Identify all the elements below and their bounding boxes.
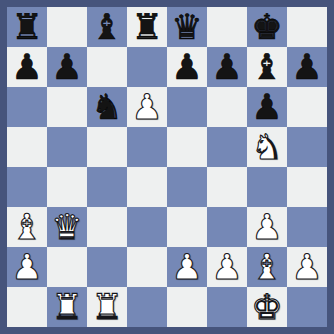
- square-e3[interactable]: [167, 207, 207, 247]
- square-f8[interactable]: [207, 7, 247, 47]
- square-a5[interactable]: [7, 127, 47, 167]
- square-e7[interactable]: ♟: [167, 47, 207, 87]
- piece-black-pawn[interactable]: ♟: [287, 47, 327, 87]
- square-b5[interactable]: [47, 127, 87, 167]
- piece-black-bishop[interactable]: ♝: [247, 47, 287, 87]
- square-c1[interactable]: ♜: [87, 287, 127, 327]
- square-a4[interactable]: [7, 167, 47, 207]
- piece-white-bishop[interactable]: ♝: [247, 247, 287, 287]
- piece-black-pawn[interactable]: ♟: [7, 47, 47, 87]
- square-h3[interactable]: [287, 207, 327, 247]
- square-h1[interactable]: [287, 287, 327, 327]
- square-b1[interactable]: ♜: [47, 287, 87, 327]
- square-f1[interactable]: [207, 287, 247, 327]
- square-c4[interactable]: [87, 167, 127, 207]
- square-h7[interactable]: ♟: [287, 47, 327, 87]
- square-a2[interactable]: ♟: [7, 247, 47, 287]
- piece-white-rook[interactable]: ♜: [87, 287, 127, 327]
- square-b6[interactable]: [47, 87, 87, 127]
- square-g4[interactable]: [247, 167, 287, 207]
- chessboard-frame: ♜♝♜♛♚♟♟♟♟♝♟♞♟♟♞♝♛♟♟♟♟♝♟♜♜♚: [0, 0, 334, 334]
- piece-black-pawn[interactable]: ♟: [207, 47, 247, 87]
- piece-white-pawn[interactable]: ♟: [207, 247, 247, 287]
- square-d7[interactable]: [127, 47, 167, 87]
- piece-black-rook[interactable]: ♜: [7, 7, 47, 47]
- piece-white-knight[interactable]: ♞: [247, 127, 287, 167]
- piece-black-pawn[interactable]: ♟: [167, 47, 207, 87]
- square-a8[interactable]: ♜: [7, 7, 47, 47]
- piece-black-rook[interactable]: ♜: [127, 7, 167, 47]
- square-f4[interactable]: [207, 167, 247, 207]
- square-g5[interactable]: ♞: [247, 127, 287, 167]
- square-h6[interactable]: [287, 87, 327, 127]
- piece-white-pawn[interactable]: ♟: [167, 247, 207, 287]
- piece-white-pawn[interactable]: ♟: [7, 247, 47, 287]
- square-c6[interactable]: ♞: [87, 87, 127, 127]
- piece-black-bishop[interactable]: ♝: [87, 7, 127, 47]
- piece-black-queen[interactable]: ♛: [167, 7, 207, 47]
- square-f3[interactable]: [207, 207, 247, 247]
- square-c2[interactable]: [87, 247, 127, 287]
- square-a7[interactable]: ♟: [7, 47, 47, 87]
- square-a1[interactable]: [7, 287, 47, 327]
- piece-white-pawn[interactable]: ♟: [287, 247, 327, 287]
- piece-white-rook[interactable]: ♜: [47, 287, 87, 327]
- square-e2[interactable]: ♟: [167, 247, 207, 287]
- square-d3[interactable]: [127, 207, 167, 247]
- square-e4[interactable]: [167, 167, 207, 207]
- square-c5[interactable]: [87, 127, 127, 167]
- piece-black-king[interactable]: ♚: [247, 7, 287, 47]
- square-b7[interactable]: ♟: [47, 47, 87, 87]
- piece-white-pawn[interactable]: ♟: [247, 207, 287, 247]
- square-f6[interactable]: [207, 87, 247, 127]
- square-e5[interactable]: [167, 127, 207, 167]
- square-d8[interactable]: ♜: [127, 7, 167, 47]
- square-d5[interactable]: [127, 127, 167, 167]
- square-g6[interactable]: ♟: [247, 87, 287, 127]
- square-c8[interactable]: ♝: [87, 7, 127, 47]
- square-h2[interactable]: ♟: [287, 247, 327, 287]
- square-g3[interactable]: ♟: [247, 207, 287, 247]
- square-f2[interactable]: ♟: [207, 247, 247, 287]
- piece-white-king[interactable]: ♚: [247, 287, 287, 327]
- piece-white-queen[interactable]: ♛: [47, 207, 87, 247]
- square-a6[interactable]: [7, 87, 47, 127]
- square-d4[interactable]: [127, 167, 167, 207]
- piece-white-bishop[interactable]: ♝: [7, 207, 47, 247]
- square-g1[interactable]: ♚: [247, 287, 287, 327]
- square-e8[interactable]: ♛: [167, 7, 207, 47]
- piece-black-pawn[interactable]: ♟: [47, 47, 87, 87]
- square-h5[interactable]: [287, 127, 327, 167]
- square-e1[interactable]: [167, 287, 207, 327]
- square-c7[interactable]: [87, 47, 127, 87]
- square-h4[interactable]: [287, 167, 327, 207]
- square-f5[interactable]: [207, 127, 247, 167]
- chess-board: ♜♝♜♛♚♟♟♟♟♝♟♞♟♟♞♝♛♟♟♟♟♝♟♜♜♚: [7, 7, 327, 327]
- square-b2[interactable]: [47, 247, 87, 287]
- square-f7[interactable]: ♟: [207, 47, 247, 87]
- square-a3[interactable]: ♝: [7, 207, 47, 247]
- square-e6[interactable]: [167, 87, 207, 127]
- piece-white-pawn[interactable]: ♟: [127, 87, 167, 127]
- square-d6[interactable]: ♟: [127, 87, 167, 127]
- square-d1[interactable]: [127, 287, 167, 327]
- square-g8[interactable]: ♚: [247, 7, 287, 47]
- piece-black-knight[interactable]: ♞: [87, 87, 127, 127]
- square-d2[interactable]: [127, 247, 167, 287]
- square-g7[interactable]: ♝: [247, 47, 287, 87]
- square-g2[interactable]: ♝: [247, 247, 287, 287]
- square-h8[interactable]: [287, 7, 327, 47]
- square-b8[interactable]: [47, 7, 87, 47]
- square-b3[interactable]: ♛: [47, 207, 87, 247]
- square-c3[interactable]: [87, 207, 127, 247]
- piece-black-pawn[interactable]: ♟: [247, 87, 287, 127]
- square-b4[interactable]: [47, 167, 87, 207]
